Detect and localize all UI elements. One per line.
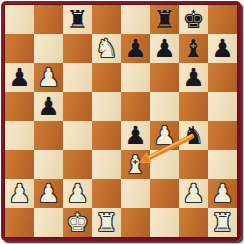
board-grid: ♜♜♚♞♟♟♝♟♟♟♟♟♟♟♞♝♟♟♟♟♟♚♜♜ bbox=[5, 5, 237, 237]
white-bishop[interactable]: ♝ bbox=[124, 150, 146, 179]
square-f7[interactable]: ♟ bbox=[150, 34, 179, 63]
square-a5[interactable] bbox=[5, 92, 34, 121]
square-h4[interactable] bbox=[208, 121, 237, 150]
page-background: ♜♜♚♞♟♟♝♟♟♟♟♟♟♟♞♝♟♟♟♟♟♚♜♜ bbox=[0, 0, 244, 244]
black-pawn[interactable]: ♟ bbox=[211, 34, 233, 63]
square-g1[interactable] bbox=[179, 208, 208, 237]
square-d8[interactable] bbox=[92, 5, 121, 34]
square-g7[interactable]: ♝ bbox=[179, 34, 208, 63]
square-a1[interactable] bbox=[5, 208, 34, 237]
square-d2[interactable] bbox=[92, 179, 121, 208]
black-pawn[interactable]: ♟ bbox=[182, 63, 204, 92]
square-h5[interactable] bbox=[208, 92, 237, 121]
square-a8[interactable] bbox=[5, 5, 34, 34]
white-knight[interactable]: ♞ bbox=[95, 34, 117, 63]
square-e5[interactable] bbox=[121, 92, 150, 121]
square-g8[interactable]: ♚ bbox=[179, 5, 208, 34]
black-king[interactable]: ♚ bbox=[182, 5, 204, 34]
black-pawn[interactable]: ♟ bbox=[37, 92, 59, 121]
white-king[interactable]: ♚ bbox=[66, 208, 88, 237]
square-b8[interactable] bbox=[34, 5, 63, 34]
square-b5[interactable]: ♟ bbox=[34, 92, 63, 121]
square-b6[interactable]: ♟ bbox=[34, 63, 63, 92]
square-e7[interactable]: ♟ bbox=[121, 34, 150, 63]
square-e4[interactable]: ♟ bbox=[121, 121, 150, 150]
black-rook[interactable]: ♜ bbox=[153, 5, 175, 34]
square-c1[interactable]: ♚ bbox=[63, 208, 92, 237]
black-pawn[interactable]: ♟ bbox=[153, 34, 175, 63]
square-c5[interactable] bbox=[63, 92, 92, 121]
white-rook[interactable]: ♜ bbox=[211, 208, 233, 237]
square-f3[interactable] bbox=[150, 150, 179, 179]
square-b2[interactable]: ♟ bbox=[34, 179, 63, 208]
square-g2[interactable]: ♟ bbox=[179, 179, 208, 208]
square-d3[interactable] bbox=[92, 150, 121, 179]
square-a4[interactable] bbox=[5, 121, 34, 150]
white-pawn[interactable]: ♟ bbox=[66, 179, 88, 208]
white-pawn[interactable]: ♟ bbox=[211, 179, 233, 208]
square-e6[interactable] bbox=[121, 63, 150, 92]
square-h1[interactable]: ♜ bbox=[208, 208, 237, 237]
square-a3[interactable] bbox=[5, 150, 34, 179]
white-pawn[interactable]: ♟ bbox=[37, 63, 59, 92]
square-d7[interactable]: ♞ bbox=[92, 34, 121, 63]
square-e1[interactable] bbox=[121, 208, 150, 237]
square-g6[interactable]: ♟ bbox=[179, 63, 208, 92]
square-g4[interactable]: ♞ bbox=[179, 121, 208, 150]
black-rook[interactable]: ♜ bbox=[66, 5, 88, 34]
square-h2[interactable]: ♟ bbox=[208, 179, 237, 208]
white-pawn[interactable]: ♟ bbox=[8, 179, 30, 208]
black-pawn[interactable]: ♟ bbox=[8, 63, 30, 92]
chess-board: ♜♜♚♞♟♟♝♟♟♟♟♟♟♟♞♝♟♟♟♟♟♚♜♜ bbox=[1, 1, 241, 241]
white-rook[interactable]: ♜ bbox=[95, 208, 117, 237]
square-e8[interactable] bbox=[121, 5, 150, 34]
square-f6[interactable] bbox=[150, 63, 179, 92]
square-c6[interactable] bbox=[63, 63, 92, 92]
square-f4[interactable]: ♟ bbox=[150, 121, 179, 150]
square-d5[interactable] bbox=[92, 92, 121, 121]
black-pawn[interactable]: ♟ bbox=[124, 121, 146, 150]
square-f2[interactable] bbox=[150, 179, 179, 208]
black-pawn[interactable]: ♟ bbox=[124, 34, 146, 63]
square-g3[interactable] bbox=[179, 150, 208, 179]
square-b1[interactable] bbox=[34, 208, 63, 237]
square-d6[interactable] bbox=[92, 63, 121, 92]
square-d4[interactable] bbox=[92, 121, 121, 150]
square-f1[interactable] bbox=[150, 208, 179, 237]
square-f8[interactable]: ♜ bbox=[150, 5, 179, 34]
square-e3[interactable]: ♝ bbox=[121, 150, 150, 179]
square-h7[interactable]: ♟ bbox=[208, 34, 237, 63]
square-a7[interactable] bbox=[5, 34, 34, 63]
black-knight[interactable]: ♞ bbox=[182, 121, 204, 150]
white-pawn[interactable]: ♟ bbox=[153, 121, 175, 150]
square-a6[interactable]: ♟ bbox=[5, 63, 34, 92]
square-g5[interactable] bbox=[179, 92, 208, 121]
square-c3[interactable] bbox=[63, 150, 92, 179]
square-c7[interactable] bbox=[63, 34, 92, 63]
square-h8[interactable] bbox=[208, 5, 237, 34]
square-c8[interactable]: ♜ bbox=[63, 5, 92, 34]
square-h6[interactable] bbox=[208, 63, 237, 92]
white-pawn[interactable]: ♟ bbox=[182, 179, 204, 208]
square-d1[interactable]: ♜ bbox=[92, 208, 121, 237]
square-h3[interactable] bbox=[208, 150, 237, 179]
square-e2[interactable] bbox=[121, 179, 150, 208]
square-c2[interactable]: ♟ bbox=[63, 179, 92, 208]
black-bishop[interactable]: ♝ bbox=[182, 34, 204, 63]
square-a2[interactable]: ♟ bbox=[5, 179, 34, 208]
square-b4[interactable] bbox=[34, 121, 63, 150]
square-b7[interactable] bbox=[34, 34, 63, 63]
white-pawn[interactable]: ♟ bbox=[37, 179, 59, 208]
square-c4[interactable] bbox=[63, 121, 92, 150]
square-b3[interactable] bbox=[34, 150, 63, 179]
square-f5[interactable] bbox=[150, 92, 179, 121]
